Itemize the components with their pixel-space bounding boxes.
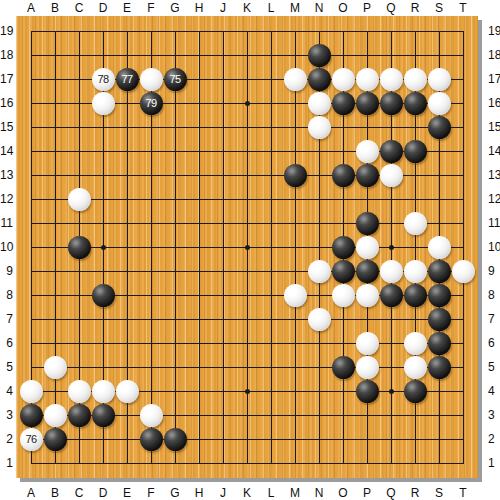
go-client-stage: 7877757976 AABBCCDDEEFFGGHHJJKKLLMMNNOOP… (0, 0, 500, 500)
coordinate-label-top-S: S (435, 1, 443, 15)
stone-white-P5 (356, 356, 379, 379)
star-point-Q10 (389, 245, 394, 250)
stone-black-S7 (428, 308, 451, 331)
coordinate-label-bottom-A: A (27, 486, 35, 500)
coordinate-label-top-C: C (75, 1, 84, 15)
stone-black-C3 (68, 404, 91, 427)
stone-white-S10 (428, 236, 451, 259)
coordinate-label-right-4: 4 (488, 384, 495, 398)
stone-white-Q9 (380, 260, 403, 283)
stone-white-P14 (356, 140, 379, 163)
move-number-76: 76 (25, 434, 36, 445)
stone-white-T9 (452, 260, 475, 283)
coordinate-label-left-16: 16 (0, 96, 13, 110)
coordinate-label-right-11: 11 (488, 216, 500, 230)
star-point-Q4 (389, 389, 394, 394)
coordinate-label-bottom-M: M (290, 486, 300, 500)
move-number-79: 79 (145, 98, 156, 109)
coordinate-label-top-D: D (99, 1, 108, 15)
coordinate-label-top-L: L (268, 1, 275, 15)
coordinate-label-top-M: M (290, 1, 300, 15)
coordinate-label-bottom-E: E (123, 486, 131, 500)
stone-black-G2 (164, 428, 187, 451)
stone-black-Q14 (380, 140, 403, 163)
stone-black-S9 (428, 260, 451, 283)
stone-black-C10 (68, 236, 91, 259)
coordinate-label-right-16: 16 (488, 96, 500, 110)
stone-white-O17 (332, 68, 355, 91)
coordinate-label-left-3: 3 (0, 408, 13, 422)
coordinate-label-bottom-B: B (51, 486, 59, 500)
stone-white-O8 (332, 284, 355, 307)
stone-white-B5 (44, 356, 67, 379)
stone-black-F16: 79 (140, 92, 163, 115)
star-point-K16 (245, 101, 250, 106)
coordinate-label-top-G: G (170, 1, 179, 15)
coordinate-label-bottom-P: P (363, 486, 371, 500)
coordinate-label-left-4: 4 (0, 384, 13, 398)
stone-white-R11 (404, 212, 427, 235)
coordinate-label-bottom-L: L (268, 486, 275, 500)
coordinate-label-left-12: 12 (0, 192, 13, 206)
coordinate-label-right-14: 14 (488, 144, 500, 158)
star-point-K4 (245, 389, 250, 394)
stone-black-D3 (92, 404, 115, 427)
coordinate-label-right-18: 18 (488, 48, 500, 62)
stone-white-E4 (116, 380, 139, 403)
coordinate-label-top-T: T (459, 1, 466, 15)
coordinate-label-right-7: 7 (488, 312, 495, 326)
coordinate-label-right-3: 3 (488, 408, 495, 422)
coordinate-label-bottom-S: S (435, 486, 443, 500)
stone-black-O13 (332, 164, 355, 187)
coordinate-label-right-5: 5 (488, 360, 495, 374)
stone-black-S5 (428, 356, 451, 379)
coordinate-label-top-K: K (243, 1, 251, 15)
stone-white-D16 (92, 92, 115, 115)
stone-black-R14 (404, 140, 427, 163)
move-number-75: 75 (169, 74, 180, 85)
stone-white-Q17 (380, 68, 403, 91)
stone-black-P4 (356, 380, 379, 403)
stone-white-D17: 78 (92, 68, 115, 91)
stone-black-O9 (332, 260, 355, 283)
coordinate-label-top-P: P (363, 1, 371, 15)
stone-black-S15 (428, 116, 451, 139)
coordinate-label-left-11: 11 (0, 216, 13, 230)
stone-white-R5 (404, 356, 427, 379)
coordinate-label-left-2: 2 (0, 432, 13, 446)
coordinate-label-right-19: 19 (488, 24, 500, 38)
coordinate-label-left-17: 17 (0, 72, 13, 86)
stone-black-N18 (308, 44, 331, 67)
stone-black-N17 (308, 68, 331, 91)
coordinate-label-top-E: E (123, 1, 131, 15)
stone-black-O5 (332, 356, 355, 379)
stone-white-R6 (404, 332, 427, 355)
coordinate-label-left-13: 13 (0, 168, 13, 182)
stone-white-S16 (428, 92, 451, 115)
coordinate-label-left-18: 18 (0, 48, 13, 62)
stone-white-N7 (308, 308, 331, 331)
stone-white-P8 (356, 284, 379, 307)
coordinate-label-top-A: A (27, 1, 35, 15)
stone-white-C4 (68, 380, 91, 403)
stone-black-S6 (428, 332, 451, 355)
stone-white-N9 (308, 260, 331, 283)
coordinate-label-left-9: 9 (0, 264, 13, 278)
stone-black-P16 (356, 92, 379, 115)
stone-white-C12 (68, 188, 91, 211)
star-point-D10 (101, 245, 106, 250)
stone-white-P6 (356, 332, 379, 355)
stone-black-B2 (44, 428, 67, 451)
stone-black-M13 (284, 164, 307, 187)
coordinate-label-right-1: 1 (488, 456, 495, 470)
coordinate-label-top-N: N (315, 1, 324, 15)
move-number-78: 78 (97, 74, 108, 85)
stone-black-G17: 75 (164, 68, 187, 91)
stone-white-R9 (404, 260, 427, 283)
stone-white-Q13 (380, 164, 403, 187)
stone-white-A2: 76 (20, 428, 43, 451)
coordinate-label-bottom-Q: Q (386, 486, 395, 500)
coordinate-label-left-8: 8 (0, 288, 13, 302)
coordinate-label-left-5: 5 (0, 360, 13, 374)
stone-white-S17 (428, 68, 451, 91)
coordinate-label-right-15: 15 (488, 120, 500, 134)
stone-white-R17 (404, 68, 427, 91)
coordinate-label-right-12: 12 (488, 192, 500, 206)
stone-black-P9 (356, 260, 379, 283)
coordinate-label-top-H: H (195, 1, 204, 15)
coordinate-label-right-17: 17 (488, 72, 500, 86)
stone-white-B3 (44, 404, 67, 427)
coordinate-label-left-6: 6 (0, 336, 13, 350)
coordinate-label-right-2: 2 (488, 432, 495, 446)
coordinate-label-left-14: 14 (0, 144, 13, 158)
coordinate-label-bottom-N: N (315, 486, 324, 500)
coordinate-label-right-13: 13 (488, 168, 500, 182)
stone-white-M17 (284, 68, 307, 91)
coordinate-label-left-7: 7 (0, 312, 13, 326)
coordinate-label-bottom-C: C (75, 486, 84, 500)
stone-black-R8 (404, 284, 427, 307)
stone-white-A4 (20, 380, 43, 403)
coordinate-label-top-B: B (51, 1, 59, 15)
stone-black-S8 (428, 284, 451, 307)
coordinate-label-top-R: R (411, 1, 420, 15)
coordinate-label-left-15: 15 (0, 120, 13, 134)
stone-black-O16 (332, 92, 355, 115)
stone-black-Q8 (380, 284, 403, 307)
coordinate-label-top-F: F (147, 1, 154, 15)
coordinate-label-bottom-H: H (195, 486, 204, 500)
coordinate-label-left-1: 1 (0, 456, 13, 470)
stone-white-P17 (356, 68, 379, 91)
coordinate-label-right-9: 9 (488, 264, 495, 278)
stone-white-N16 (308, 92, 331, 115)
coordinate-label-left-10: 10 (0, 240, 13, 254)
stone-white-F17 (140, 68, 163, 91)
coordinate-label-bottom-R: R (411, 486, 420, 500)
coordinate-label-right-10: 10 (488, 240, 500, 254)
coordinate-label-bottom-F: F (147, 486, 154, 500)
star-point-K10 (245, 245, 250, 250)
coordinate-label-bottom-J: J (220, 486, 226, 500)
coordinate-label-bottom-G: G (170, 486, 179, 500)
move-number-77: 77 (121, 74, 132, 85)
stone-white-P10 (356, 236, 379, 259)
stone-black-R16 (404, 92, 427, 115)
coordinate-label-top-J: J (220, 1, 226, 15)
coordinate-label-left-19: 19 (0, 24, 13, 38)
stone-black-O10 (332, 236, 355, 259)
coordinate-label-top-Q: Q (386, 1, 395, 15)
stone-white-M8 (284, 284, 307, 307)
stone-white-D4 (92, 380, 115, 403)
coordinate-label-top-O: O (338, 1, 347, 15)
stone-black-F2 (140, 428, 163, 451)
stone-white-F3 (140, 404, 163, 427)
stone-black-Q16 (380, 92, 403, 115)
coordinate-label-bottom-O: O (338, 486, 347, 500)
stone-black-P13 (356, 164, 379, 187)
coordinate-label-bottom-K: K (243, 486, 251, 500)
stone-black-E17: 77 (116, 68, 139, 91)
stone-black-P11 (356, 212, 379, 235)
coordinate-label-right-6: 6 (488, 336, 495, 350)
coordinate-label-bottom-T: T (459, 486, 466, 500)
go-board[interactable]: 7877757976 (16, 16, 478, 478)
coordinate-label-right-8: 8 (488, 288, 495, 302)
stone-black-D8 (92, 284, 115, 307)
stone-white-N15 (308, 116, 331, 139)
coordinate-label-bottom-D: D (99, 486, 108, 500)
stone-black-R4 (404, 380, 427, 403)
stone-black-A3 (20, 404, 43, 427)
